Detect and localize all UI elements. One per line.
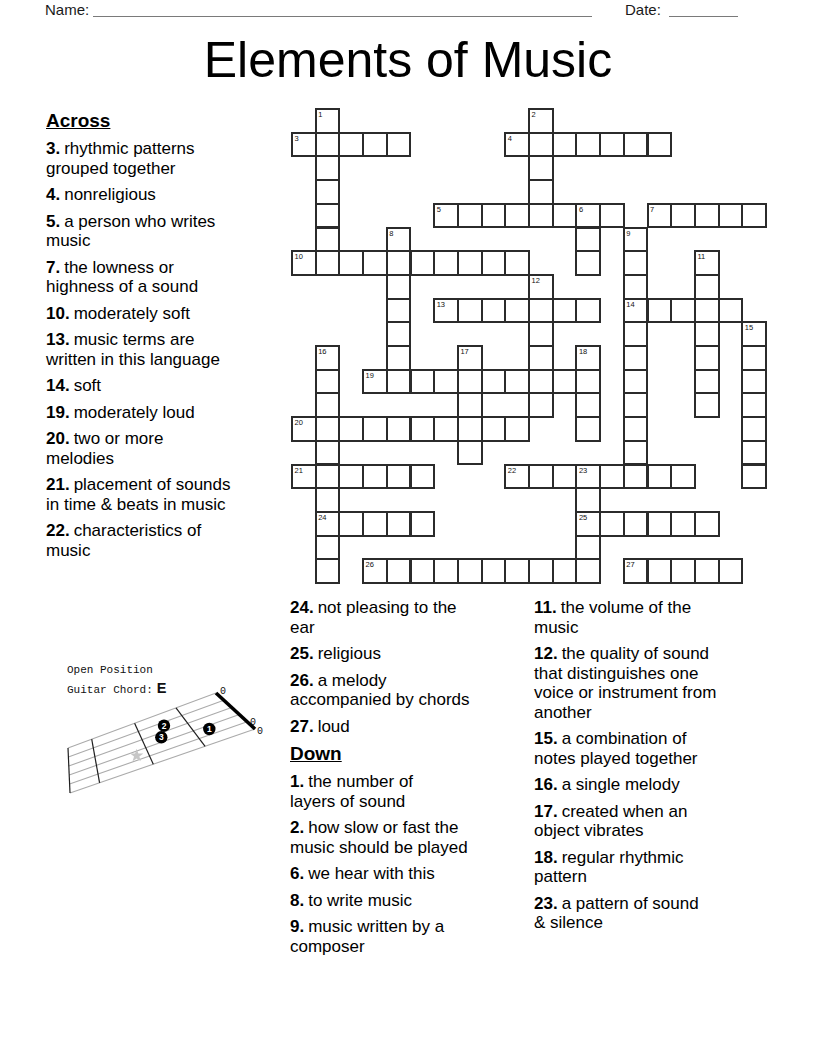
grid-cell[interactable]: 19 <box>362 369 388 395</box>
grid-cell[interactable] <box>694 321 720 347</box>
clue-text: a pattern of sound & silence <box>534 894 699 933</box>
grid-cell[interactable] <box>338 250 364 276</box>
grid-cell[interactable] <box>599 203 625 229</box>
clues-column-right: 11.the volume of the music12.the quality… <box>534 598 794 940</box>
clue-2: 2.how slow or fast the music should be p… <box>290 818 534 857</box>
grid-cell[interactable] <box>718 203 744 229</box>
clue-text: the lowness or highness of a sound <box>46 258 198 297</box>
grid-cell[interactable] <box>528 392 554 418</box>
grid-cell[interactable] <box>528 464 554 490</box>
grid-cell[interactable] <box>481 203 507 229</box>
clue-text: how slow or fast the music should be pla… <box>290 818 468 857</box>
grid-cell[interactable]: 6 <box>575 203 601 229</box>
clue-26: 26.a melody accompanied by chords <box>290 671 534 710</box>
guitar-chord-block: Open Position Guitar Chord:E 0 0 0 <box>45 655 280 810</box>
grid-cell[interactable]: 24 <box>315 511 341 537</box>
grid-cell[interactable] <box>599 511 625 537</box>
grid-cell[interactable] <box>315 155 341 181</box>
grid-cell[interactable] <box>694 511 720 537</box>
grid-cell[interactable] <box>481 416 507 442</box>
fret-line <box>176 708 205 746</box>
clue-9: 9.music written by a composer <box>290 917 534 956</box>
clue-4: 4.nonreligious <box>46 185 284 205</box>
clue-number: 17 <box>460 347 468 356</box>
grid-cell[interactable] <box>623 132 649 158</box>
grid-cell[interactable] <box>362 511 388 537</box>
grid-cell[interactable] <box>315 132 341 158</box>
grid-cell[interactable] <box>552 298 578 324</box>
finger-number: 1 <box>207 724 212 734</box>
finger-number: 2 <box>162 721 167 731</box>
clue-number: 27 <box>626 560 634 569</box>
clue-text: moderately soft <box>74 304 190 323</box>
across-heading: Across <box>46 110 284 132</box>
grid-cell[interactable] <box>315 250 341 276</box>
clue-8: 8.to write music <box>290 891 534 911</box>
grid-cell[interactable]: 1 <box>315 108 341 134</box>
grid-cell[interactable] <box>623 511 649 537</box>
grid-cell[interactable] <box>386 250 412 276</box>
grid-cell[interactable] <box>315 535 341 561</box>
grid-cell[interactable]: 5 <box>433 203 459 229</box>
chord-diagram: 0 0 0 2 3 1 <box>45 655 280 810</box>
grid-cell[interactable] <box>552 464 578 490</box>
clue-number-label: 19. <box>46 403 70 422</box>
grid-cell[interactable] <box>338 511 364 537</box>
grid-cell[interactable] <box>315 227 341 253</box>
grid-cell[interactable] <box>386 558 412 584</box>
clue-number-label: 9. <box>290 917 304 936</box>
grid-cell[interactable] <box>528 321 554 347</box>
grid-cell[interactable] <box>386 274 412 300</box>
open-string-marker: 0 <box>257 726 263 737</box>
grid-cell[interactable] <box>741 464 767 490</box>
down-heading: Down <box>290 743 534 765</box>
grid-cell[interactable] <box>718 558 744 584</box>
clue-number: 14 <box>626 300 634 309</box>
grid-cell[interactable] <box>741 369 767 395</box>
clue-text: soft <box>74 376 101 395</box>
grid-cell[interactable] <box>528 179 554 205</box>
grid-cell[interactable]: 27 <box>623 558 649 584</box>
clue-number: 15 <box>745 323 753 332</box>
fret-marker-star-icon <box>130 749 143 762</box>
grid-cell[interactable] <box>457 298 483 324</box>
clue-number-label: 18. <box>534 848 558 867</box>
string-line <box>69 715 239 775</box>
grid-cell[interactable] <box>623 369 649 395</box>
clue-16: 16.a single melody <box>534 775 794 795</box>
grid-cell[interactable] <box>386 345 412 371</box>
grid-cell[interactable] <box>694 369 720 395</box>
grid-cell[interactable] <box>718 298 744 324</box>
grid-cell[interactable] <box>528 558 554 584</box>
clue-number: 12 <box>532 276 540 285</box>
grid-cell[interactable] <box>575 369 601 395</box>
grid-cell[interactable] <box>315 464 341 490</box>
grid-cell[interactable] <box>386 321 412 347</box>
clue-24: 24.not pleasing to the ear <box>290 598 534 637</box>
open-string-marker: 0 <box>250 717 256 728</box>
clue-text: the volume of the music <box>534 598 691 637</box>
grid-cell[interactable]: 26 <box>362 558 388 584</box>
grid-cell[interactable] <box>362 250 388 276</box>
grid-cell[interactable] <box>575 487 601 513</box>
grid-cell[interactable] <box>504 250 530 276</box>
clue-number: 24 <box>318 513 326 522</box>
clue-number: 7 <box>650 205 654 214</box>
grid-cell[interactable] <box>386 416 412 442</box>
clue-number: 26 <box>366 560 374 569</box>
clue-10: 10.moderately soft <box>46 304 284 324</box>
grid-cell[interactable] <box>552 203 578 229</box>
clue-number-label: 26. <box>290 671 314 690</box>
clue-number-label: 2. <box>290 818 304 837</box>
clue-number-label: 7. <box>46 258 60 277</box>
grid-cell[interactable] <box>433 416 459 442</box>
grid-cell[interactable]: 11 <box>694 250 720 276</box>
grid-cell[interactable] <box>552 369 578 395</box>
grid-cell[interactable]: 14 <box>623 298 649 324</box>
grid-cell[interactable]: 7 <box>647 203 673 229</box>
clue-number-label: 25. <box>290 644 314 663</box>
clue-text: loud <box>318 717 350 736</box>
grid-cell[interactable]: 12 <box>528 274 554 300</box>
grid-cell[interactable] <box>647 298 673 324</box>
grid-cell[interactable] <box>362 416 388 442</box>
grid-cell[interactable] <box>362 464 388 490</box>
clue-number-label: 5. <box>46 212 60 231</box>
grid-cell[interactable] <box>623 250 649 276</box>
grid-cell[interactable] <box>694 392 720 418</box>
grid-cell[interactable] <box>504 558 530 584</box>
clue-text: to write music <box>308 891 412 910</box>
grid-cell[interactable] <box>504 416 530 442</box>
clue-17: 17.created when an object vibrates <box>534 802 794 841</box>
grid-cell[interactable] <box>386 511 412 537</box>
clue-12: 12.the quality of sound that distinguish… <box>534 644 794 722</box>
grid-cell[interactable] <box>315 179 341 205</box>
grid-cell[interactable] <box>410 250 436 276</box>
clue-text: religious <box>318 644 381 663</box>
grid-cell[interactable] <box>670 558 696 584</box>
grid-cell[interactable] <box>386 369 412 395</box>
grid-cell[interactable] <box>457 440 483 466</box>
clue-22: 22.characteristics of music <box>46 521 284 560</box>
clues-column-middle: 24.not pleasing to the ear25.religious26… <box>290 598 534 963</box>
clue-number: 3 <box>295 134 299 143</box>
grid-cell[interactable] <box>410 416 436 442</box>
clue-number: 19 <box>366 371 374 380</box>
date-input-line[interactable] <box>669 0 738 17</box>
grid-cell[interactable] <box>647 511 673 537</box>
clue-number-label: 10. <box>46 304 70 323</box>
grid-cell[interactable]: 17 <box>457 345 483 371</box>
grid-cell[interactable] <box>647 464 673 490</box>
name-input-line[interactable] <box>93 0 592 17</box>
clue-number: 16 <box>318 347 326 356</box>
grid-cell[interactable] <box>528 132 554 158</box>
clue-text: the quality of sound that distinguishes … <box>534 644 716 722</box>
clue-18: 18.regular rhythmic pattern <box>534 848 794 887</box>
grid-cell[interactable] <box>338 132 364 158</box>
grid-cell[interactable]: 22 <box>504 464 530 490</box>
clue-text: music terms are written in this language <box>46 330 220 369</box>
clue-text: not pleasing to the ear <box>290 598 457 637</box>
clue-text: nonreligious <box>64 185 156 204</box>
grid-cell[interactable] <box>410 558 436 584</box>
clue-number: 11 <box>697 252 705 261</box>
grid-cell[interactable] <box>694 558 720 584</box>
fret-line <box>68 748 70 793</box>
grid-cell[interactable] <box>741 203 767 229</box>
grid-cell[interactable] <box>694 298 720 324</box>
clue-number: 4 <box>508 134 512 143</box>
finger-number: 3 <box>159 732 164 742</box>
clue-number: 20 <box>295 418 303 427</box>
grid-cell[interactable]: 8 <box>386 227 412 253</box>
clue-number: 8 <box>389 229 393 238</box>
grid-cell[interactable] <box>315 203 341 229</box>
grid-cell[interactable] <box>504 369 530 395</box>
clue-11: 11.the volume of the music <box>534 598 794 637</box>
clue-number-label: 15. <box>534 729 558 748</box>
grid-cell[interactable] <box>575 298 601 324</box>
grid-cell[interactable] <box>315 369 341 395</box>
clue-number: 25 <box>579 513 587 522</box>
grid-cell[interactable] <box>575 416 601 442</box>
clue-number-label: 11. <box>534 598 557 617</box>
clue-23: 23.a pattern of sound & silence <box>534 894 794 933</box>
clue-text: a person who writes music <box>46 212 215 251</box>
grid-cell[interactable]: 10 <box>291 250 317 276</box>
clue-number-label: 16. <box>534 775 558 794</box>
grid-cell[interactable] <box>528 298 554 324</box>
clue-text: a combination of notes played together <box>534 729 698 768</box>
grid-cell[interactable] <box>481 558 507 584</box>
clue-number-label: 20. <box>46 429 70 448</box>
clue-7: 7.the lowness or highness of a sound <box>46 258 284 297</box>
grid-cell[interactable]: 15 <box>741 321 767 347</box>
grid-cell[interactable] <box>694 274 720 300</box>
grid-cell[interactable] <box>338 416 364 442</box>
grid-cell[interactable] <box>623 392 649 418</box>
grid-cell[interactable] <box>315 558 341 584</box>
clue-number-label: 6. <box>290 864 304 883</box>
grid-cell[interactable] <box>457 558 483 584</box>
grid-cell[interactable] <box>694 345 720 371</box>
grid-cell[interactable]: 23 <box>575 464 601 490</box>
grid-cell[interactable] <box>457 250 483 276</box>
grid-cell[interactable] <box>386 298 412 324</box>
grid-cell[interactable] <box>552 132 578 158</box>
grid-cell[interactable] <box>599 132 625 158</box>
clue-number-label: 23. <box>534 894 558 913</box>
clue-number: 13 <box>437 300 445 309</box>
grid-cell[interactable] <box>410 369 436 395</box>
grid-cell[interactable] <box>315 416 341 442</box>
grid-cell[interactable]: 4 <box>504 132 530 158</box>
clue-number: 22 <box>508 466 516 475</box>
grid-cell[interactable]: 18 <box>575 345 601 371</box>
crossword-grid: 1234567891011121314151617181920212223242… <box>291 108 769 586</box>
grid-cell[interactable] <box>457 392 483 418</box>
clue-number-label: 12. <box>534 644 558 663</box>
clue-number-label: 27. <box>290 717 314 736</box>
clues-column-left: Across3.rhythmic patterns grouped togeth… <box>46 110 284 567</box>
grid-cell[interactable] <box>528 155 554 181</box>
grid-cell[interactable]: 13 <box>433 298 459 324</box>
clue-19: 19.moderately loud <box>46 403 284 423</box>
grid-cell[interactable] <box>386 132 412 158</box>
clue-number: 9 <box>626 229 630 238</box>
grid-cell[interactable] <box>504 298 530 324</box>
grid-cell[interactable] <box>694 203 720 229</box>
grid-cell[interactable] <box>670 511 696 537</box>
clue-number: 10 <box>295 252 303 261</box>
clue-number-label: 17. <box>534 802 558 821</box>
grid-cell[interactable] <box>338 464 364 490</box>
grid-cell[interactable] <box>623 440 649 466</box>
grid-cell[interactable] <box>386 464 412 490</box>
grid-cell[interactable] <box>575 392 601 418</box>
grid-cell[interactable] <box>575 132 601 158</box>
grid-cell[interactable] <box>741 440 767 466</box>
grid-cell[interactable]: 16 <box>315 345 341 371</box>
clue-15: 15.a combination of notes played togethe… <box>534 729 794 768</box>
clue-number: 18 <box>579 347 587 356</box>
grid-cell[interactable] <box>481 250 507 276</box>
clue-25: 25.religious <box>290 644 534 664</box>
grid-cell[interactable] <box>481 298 507 324</box>
clue-text: music written by a composer <box>290 917 444 956</box>
grid-cell[interactable] <box>623 345 649 371</box>
grid-cell[interactable] <box>504 203 530 229</box>
clue-number: 5 <box>437 205 441 214</box>
clue-20: 20.two or more melodies <box>46 429 284 468</box>
clue-text: we hear with this <box>308 864 435 883</box>
clue-number: 6 <box>579 205 583 214</box>
grid-cell[interactable] <box>315 487 341 513</box>
page-title: Elements of Music <box>0 31 816 89</box>
clue-text: rhythmic patterns grouped together <box>46 139 195 178</box>
clue-number: 1 <box>318 110 322 119</box>
grid-cell[interactable] <box>457 416 483 442</box>
grid-cell[interactable] <box>315 392 341 418</box>
clue-1: 1.the number of layers of sound <box>290 772 534 811</box>
clue-27: 27.loud <box>290 717 534 737</box>
grid-cell[interactable]: 21 <box>291 464 317 490</box>
clue-21: 21.placement of sounds in time & beats i… <box>46 475 284 514</box>
clue-3: 3.rhythmic patterns grouped together <box>46 139 284 178</box>
grid-cell[interactable] <box>623 464 649 490</box>
grid-cell[interactable] <box>670 464 696 490</box>
grid-cell[interactable] <box>575 535 601 561</box>
grid-cell[interactable] <box>741 416 767 442</box>
clue-number: 21 <box>295 466 303 475</box>
clue-number-label: 22. <box>46 521 70 540</box>
grid-cell[interactable] <box>647 132 673 158</box>
clue-text: placement of sounds in time & beats in m… <box>46 475 231 514</box>
grid-cell[interactable] <box>647 558 673 584</box>
clue-6: 6.we hear with this <box>290 864 534 884</box>
clue-13: 13.music terms are written in this langu… <box>46 330 284 369</box>
grid-cell[interactable] <box>528 369 554 395</box>
grid-cell[interactable] <box>670 298 696 324</box>
clue-number-label: 14. <box>46 376 70 395</box>
grid-cell[interactable] <box>623 321 649 347</box>
grid-cell[interactable] <box>433 250 459 276</box>
grid-cell[interactable] <box>481 369 507 395</box>
grid-cell[interactable] <box>623 416 649 442</box>
worksheet-page: Name: Date: Elements of Music 1234567891… <box>0 0 816 1056</box>
grid-cell[interactable] <box>575 227 601 253</box>
grid-cell[interactable] <box>623 274 649 300</box>
grid-cell[interactable] <box>457 369 483 395</box>
grid-cell[interactable]: 9 <box>623 227 649 253</box>
clue-text: moderately loud <box>74 403 195 422</box>
grid-cell[interactable] <box>433 558 459 584</box>
name-label: Name: <box>45 1 89 18</box>
clue-number-label: 3. <box>46 139 60 158</box>
clue-number-label: 8. <box>290 891 304 910</box>
clue-number-label: 4. <box>46 185 60 204</box>
grid-cell[interactable] <box>741 392 767 418</box>
clue-number: 23 <box>579 466 587 475</box>
grid-cell[interactable] <box>670 203 696 229</box>
clue-5: 5.a person who writes music <box>46 212 284 251</box>
grid-cell[interactable] <box>528 345 554 371</box>
grid-cell[interactable] <box>599 464 625 490</box>
grid-cell[interactable] <box>362 132 388 158</box>
clue-number-label: 21. <box>46 475 70 494</box>
grid-cell[interactable] <box>457 203 483 229</box>
clue-text: a single melody <box>562 775 680 794</box>
clue-number-label: 1. <box>290 772 304 791</box>
grid-cell[interactable] <box>433 369 459 395</box>
string-line <box>70 722 248 784</box>
date-label: Date: <box>625 1 661 18</box>
grid-cell[interactable]: 3 <box>291 132 317 158</box>
grid-cell[interactable]: 20 <box>291 416 317 442</box>
grid-cell[interactable] <box>410 511 436 537</box>
clue-text: the number of layers of sound <box>290 772 413 811</box>
clue-number-label: 13. <box>46 330 70 349</box>
grid-cell[interactable]: 25 <box>575 511 601 537</box>
clue-text: a melody accompanied by chords <box>290 671 470 710</box>
grid-cell[interactable] <box>410 464 436 490</box>
grid-cell[interactable] <box>315 440 341 466</box>
clue-14: 14.soft <box>46 376 284 396</box>
grid-cell[interactable] <box>741 345 767 371</box>
clue-number: 2 <box>532 110 536 119</box>
grid-cell[interactable]: 2 <box>528 108 554 134</box>
grid-cell[interactable] <box>528 203 554 229</box>
grid-cell[interactable] <box>575 250 601 276</box>
grid-cell[interactable] <box>575 558 601 584</box>
clue-number-label: 24. <box>290 598 314 617</box>
open-string-marker: 0 <box>220 686 226 697</box>
grid-cell[interactable] <box>552 558 578 584</box>
